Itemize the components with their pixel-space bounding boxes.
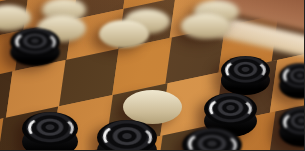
black-checker-piece: ⛂ bbox=[279, 63, 304, 99]
checker-glyph: ⛀ bbox=[107, 8, 141, 48]
black-checker-piece: ⛂ bbox=[221, 56, 270, 95]
checker-glyph: ⛀ bbox=[189, 1, 222, 40]
white-checker-piece: ⛀ bbox=[181, 2, 230, 39]
checker-glyph: ⛂ bbox=[192, 128, 232, 151]
black-checker-piece: ⛂ bbox=[279, 107, 305, 147]
checker-glyph: ⛂ bbox=[229, 56, 262, 95]
black-checker-piece: ⛂ bbox=[97, 120, 157, 151]
black-checker-piece: ⛂ bbox=[10, 28, 60, 66]
white-checker-piece: ⛀ bbox=[99, 8, 149, 48]
checker-glyph: ⛂ bbox=[286, 64, 304, 98]
black-checker-piece: ⛂ bbox=[22, 112, 78, 151]
checker-glyph: ⛂ bbox=[107, 120, 147, 151]
black-checker-piece: ⛂ bbox=[182, 128, 242, 150]
checker-glyph: ⛂ bbox=[286, 109, 304, 145]
checker-glyph: ⛂ bbox=[18, 27, 52, 67]
checker-glyph: ⛂ bbox=[31, 112, 69, 150]
checkers-board-photo: ⛀⛀⛀⛀⛀⛀⛀⛀⛂⛂⛂⛂⛂⛂⛂⛂ bbox=[0, 0, 304, 150]
